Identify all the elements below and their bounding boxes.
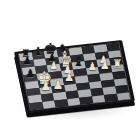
chess-piece-white-pawn: ♟: [93, 54, 113, 64]
chess-piece-white-rook: ♜: [107, 59, 127, 71]
chess-piece-black-king: ♚: [41, 42, 61, 57]
chess-piece-white-pawn: ♟: [82, 62, 102, 73]
chess-piece-white-king: ♚: [34, 69, 54, 87]
chess-piece-white-pawn: ♟: [59, 72, 79, 83]
chess-piece-white-pawn: ♟: [58, 65, 78, 76]
chess-piece-white-queen: ♛: [56, 55, 76, 69]
chess-piece-black-pawn: ♟: [42, 53, 62, 63]
chess-piece-black-bishop: ♝: [28, 47, 48, 58]
chess-piece-white-pawn: ♟: [36, 81, 56, 93]
chess-piece-black-pawn: ♟: [20, 69, 40, 80]
chess-piece-white-bishop: ♝: [55, 50, 75, 62]
chess-piece-white-pawn: ♟: [48, 80, 68, 92]
chess-piece-black-pawn: ♟: [17, 56, 37, 66]
chess-piece-black-bishop: ♝: [68, 56, 88, 68]
chess-piece-white-pawn: ♟: [95, 61, 115, 72]
chess-piece-black-rook: ♜: [16, 49, 36, 59]
chess-piece-white-pawn: ♟: [44, 60, 64, 70]
chess-piece-black-knight: ♞: [53, 44, 73, 55]
product-photo: ♜♝♚♞♟♟♝♟♝♛♟♟♟♟♟♜♚♟♟♟: [0, 0, 140, 140]
pieces-layer: ♜♝♚♞♟♟♝♟♝♛♟♟♟♟♟♜♚♟♟♟: [0, 0, 140, 140]
